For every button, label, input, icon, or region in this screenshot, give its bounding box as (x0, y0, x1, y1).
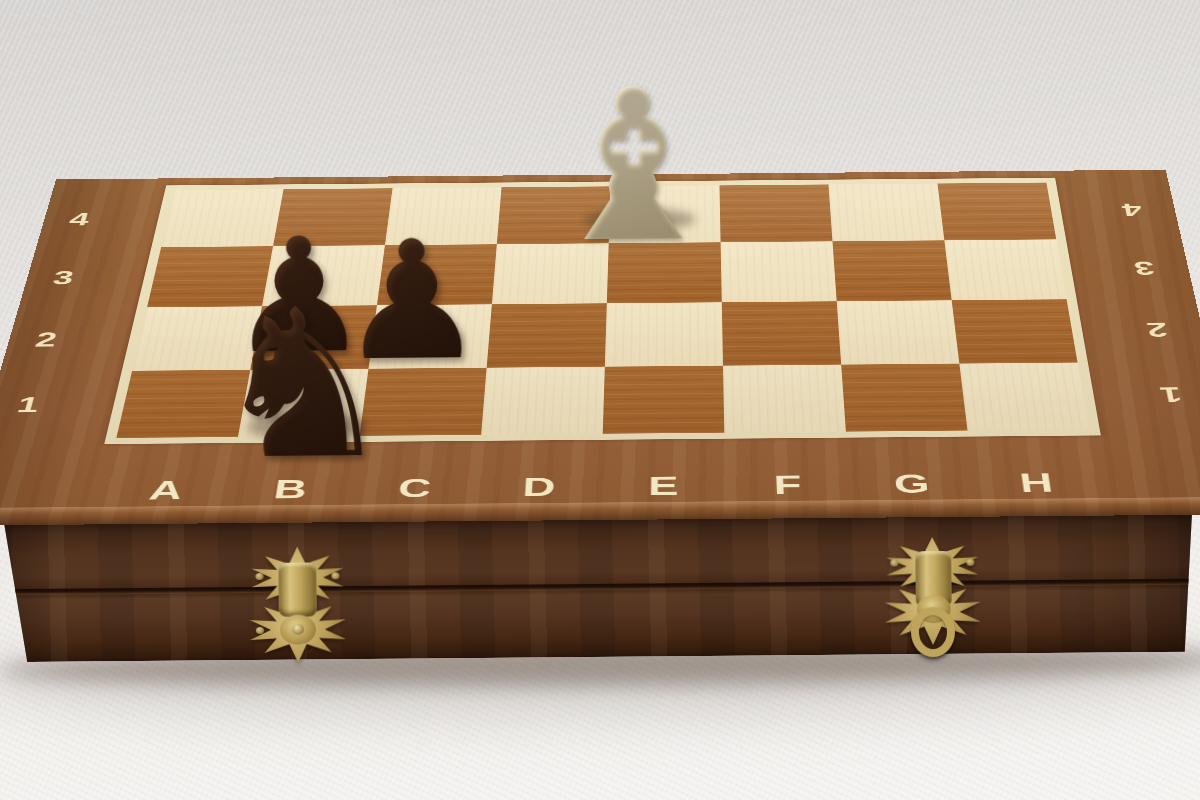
square-h4[interactable] (937, 183, 1056, 241)
square-d2[interactable] (487, 303, 607, 367)
square-e2[interactable] (605, 302, 723, 366)
photo-scene: ABCDEFGH 4321 4321 ♝♟♟♞ (0, 0, 1200, 800)
square-g2[interactable] (837, 300, 960, 364)
rank-label-2-left: 2 (9, 308, 82, 372)
rank-label-3-left: 3 (28, 248, 99, 309)
rank-label-2-right: 2 (1119, 298, 1197, 362)
file-label-h: H (972, 466, 1101, 499)
square-d1[interactable] (481, 367, 605, 435)
square-h2[interactable] (952, 299, 1078, 363)
rank-label-1-right: 1 (1131, 362, 1200, 430)
white-bishop-glyph: ♝ (527, 61, 739, 273)
rank-label-3-right: 3 (1107, 238, 1183, 298)
chess-box: ABCDEFGH 4321 4321 ♝♟♟♞ (0, 0, 1200, 800)
rank-label-1-left: 1 (0, 371, 66, 439)
file-label-f: F (725, 468, 851, 501)
square-e1[interactable] (603, 366, 725, 434)
latch-ring-icon (911, 607, 955, 657)
rank-label-4-right: 4 (1096, 182, 1169, 239)
latch-clasp-icon (278, 562, 316, 616)
square-g4[interactable] (828, 184, 944, 242)
rank-labels-right: 4321 (1096, 182, 1200, 429)
latch-screw-icon (966, 559, 974, 566)
square-h1[interactable] (959, 363, 1089, 431)
rank-label-4-left: 4 (45, 191, 113, 248)
rank-labels-left: 4321 (0, 191, 113, 439)
latch-pin-icon (292, 624, 304, 635)
square-f2[interactable] (722, 301, 841, 365)
black-pawn-glyph: ♟ (329, 219, 494, 384)
black-pawn-c2[interactable]: ♟ (329, 219, 494, 384)
file-label-d: D (475, 470, 601, 503)
square-g3[interactable] (832, 240, 951, 301)
box-lid-seam (0, 579, 1193, 596)
latch-screw-icon (255, 573, 263, 580)
latch-screw-icon (331, 572, 339, 579)
file-label-g: G (848, 467, 975, 500)
square-f1[interactable] (723, 365, 846, 433)
latch-screw-icon (256, 627, 264, 634)
brass-latch-right (882, 533, 983, 668)
box-front-face (0, 514, 1193, 663)
white-bishop-e4[interactable]: ♝ (527, 61, 739, 273)
brass-latch-left (247, 546, 348, 663)
square-h3[interactable] (944, 239, 1066, 300)
latch-screw-icon (890, 559, 898, 566)
file-label-e: E (601, 469, 726, 502)
square-g1[interactable] (841, 364, 967, 432)
